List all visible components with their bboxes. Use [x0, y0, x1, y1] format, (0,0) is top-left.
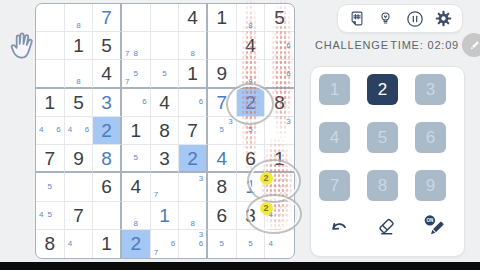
- cell-r9c8[interactable]: 5: [237, 230, 266, 258]
- cell-r7c8[interactable]: 1: [237, 173, 266, 201]
- cell-r5c8[interactable]: 5: [237, 117, 266, 145]
- pencil-mark: 6: [54, 126, 63, 134]
- cell-r1c9[interactable]: 5: [265, 4, 294, 32]
- cell-r7c6[interactable]: 3: [179, 173, 208, 201]
- pencil-marks: 6: [123, 90, 149, 115]
- pencil-mark: 5: [160, 70, 169, 78]
- user-digit: 3: [101, 93, 112, 112]
- pencil-mark: 8: [132, 219, 141, 227]
- cell-r3c8[interactable]: 8: [237, 60, 266, 88]
- given-digit: 1: [45, 93, 56, 112]
- cell-r2c7[interactable]: [208, 32, 237, 60]
- numpad-key-2[interactable]: 2: [367, 74, 398, 105]
- given-digit: 7: [45, 149, 56, 168]
- pencil-mark: 8: [189, 50, 197, 58]
- cell-r8c4[interactable]: 8: [122, 202, 151, 230]
- cell-r6c8[interactable]: 6: [237, 145, 266, 173]
- cell-r4c2[interactable]: 5: [65, 89, 94, 117]
- bottom-black-bar: [0, 262, 480, 270]
- cell-r7c3[interactable]: 6: [93, 173, 122, 201]
- cell-r4c7[interactable]: 7: [208, 89, 237, 117]
- pencil-marks: 78: [123, 33, 149, 58]
- cell-r6c3[interactable]: 8: [93, 145, 122, 173]
- mode-label: CHALLENGE: [315, 39, 389, 51]
- pencil-marks: 8: [66, 61, 92, 85]
- user-digit: 1: [245, 177, 256, 196]
- cell-r5c7[interactable]: 35: [208, 117, 237, 145]
- cell-r4c1[interactable]: 1: [36, 89, 65, 117]
- given-digit: 4: [159, 93, 170, 112]
- pencil-marks: 45: [37, 203, 63, 228]
- pencil-marks: 35: [209, 118, 235, 143]
- user-digit: 2: [245, 93, 256, 112]
- numpad-grid: 123456789: [311, 67, 464, 201]
- pencil-marks: 6: [266, 33, 293, 58]
- hand-tool-icon[interactable]: [5, 30, 36, 66]
- edit-pencil-circle-button[interactable]: [462, 33, 480, 57]
- given-digit: 4: [187, 8, 198, 27]
- cell-r1c6[interactable]: 4: [179, 4, 208, 32]
- undo-arrow-icon: [327, 215, 350, 238]
- cell-r4c9[interactable]: 8: [265, 89, 294, 117]
- cell-r5c1[interactable]: 46: [36, 117, 65, 145]
- pencil-mark: 3: [197, 174, 205, 182]
- cell-r7c2[interactable]: [65, 173, 94, 201]
- cell-r2c6[interactable]: 8: [179, 32, 208, 60]
- cell-r9c6[interactable]: 36: [179, 230, 208, 258]
- given-digit: 9: [217, 64, 228, 83]
- cell-r2c5[interactable]: [151, 32, 180, 60]
- pen-toggle-button[interactable]: ON: [423, 214, 448, 239]
- given-digit: 3: [245, 206, 256, 225]
- pencil-mark: 5: [46, 183, 55, 191]
- user-digit: 7: [217, 93, 228, 112]
- pencil-mark: 8: [189, 219, 197, 227]
- pencil-mark: 6: [284, 70, 293, 78]
- cell-r2c4[interactable]: 78: [122, 32, 151, 60]
- given-digit: 8: [217, 177, 228, 196]
- pencil-marks: 8: [180, 203, 205, 228]
- numpad-key-5[interactable]: 5: [367, 122, 398, 153]
- pencil-mark: 4: [266, 240, 275, 249]
- cell-r3c6[interactable]: 1: [179, 60, 208, 88]
- sudoku-board: 8741851578846845751986153646728464621873…: [35, 3, 295, 259]
- pencil-mark: 6: [140, 98, 149, 106]
- user-digit: 1: [159, 206, 170, 225]
- cell-r3c1[interactable]: [36, 60, 65, 88]
- pencil-marks: 8: [123, 203, 149, 228]
- toolbar-card: [337, 4, 463, 33]
- pencil-marks: 7: [152, 174, 178, 199]
- pencil-mark: 7: [152, 191, 161, 199]
- cell-r7c4[interactable]: 4: [122, 173, 151, 201]
- user-digit: 4: [217, 149, 228, 168]
- pencil-mark: 5: [246, 240, 255, 249]
- pencil-marks: 6: [180, 90, 205, 115]
- pencil-marks: 6: [266, 61, 293, 85]
- cell-r9c4[interactable]: 2: [122, 230, 151, 258]
- cell-r1c1[interactable]: [36, 4, 65, 32]
- given-digit: 9: [73, 149, 84, 168]
- cell-r6c6[interactable]: 2: [179, 145, 208, 173]
- pencil-marks: 3: [266, 118, 293, 143]
- cell-r6c5[interactable]: 3: [151, 145, 180, 173]
- pencil-marks: 5: [238, 118, 264, 143]
- cell-r8c3[interactable]: [93, 202, 122, 230]
- settings-button[interactable]: [432, 7, 456, 31]
- cell-r6c7[interactable]: 4: [208, 145, 237, 173]
- given-digit: 7: [73, 206, 84, 225]
- given-digit: 4: [245, 36, 256, 55]
- pencil-marks: 5: [37, 174, 63, 199]
- eraser-button[interactable]: [375, 215, 398, 238]
- pencil-marks: 4: [266, 231, 293, 257]
- cell-r2c3[interactable]: 5: [93, 32, 122, 60]
- cell-r9c1[interactable]: 8: [36, 230, 65, 258]
- cell-r1c3[interactable]: 7: [93, 4, 122, 32]
- pencil-mark: 6: [197, 98, 205, 106]
- pencil-mark: 8: [74, 78, 83, 86]
- given-digit: 1: [187, 64, 198, 83]
- pencil-mark: 5: [218, 126, 227, 134]
- given-digit: 1: [217, 8, 228, 27]
- pause-icon: [405, 9, 425, 29]
- given-digit: 1: [101, 234, 112, 253]
- timer-label: TIME: 02:09: [390, 39, 459, 51]
- given-digit: 5: [73, 93, 84, 112]
- cell-r8c2[interactable]: 7: [65, 202, 94, 230]
- given-digit: 1: [274, 149, 285, 168]
- cell-r5c6[interactable]: 7: [179, 117, 208, 145]
- pencil-mark: 7: [123, 78, 132, 86]
- cell-r5c2[interactable]: 46: [65, 117, 94, 145]
- user-digit: 2: [131, 234, 142, 253]
- given-digit: 8: [45, 234, 56, 253]
- pencil-mark: 8: [246, 22, 255, 30]
- cell-r3c7[interactable]: 9: [208, 60, 237, 88]
- cell-r3c9[interactable]: 6: [265, 60, 294, 88]
- pencil-marks: 4: [66, 231, 92, 257]
- numpad-key-8[interactable]: 8: [367, 170, 398, 201]
- given-digit: 1: [131, 121, 142, 140]
- pencil-mark: 5: [46, 211, 55, 219]
- gear-icon: [434, 9, 453, 28]
- given-digit: 4: [131, 177, 142, 196]
- numpad-key-4[interactable]: 4: [319, 122, 350, 153]
- given-digit: 6: [217, 206, 228, 225]
- cell-r5c3[interactable]: 2: [93, 117, 122, 145]
- numpad-actions: ON: [311, 201, 464, 239]
- given-digit: 6: [245, 149, 256, 168]
- on-badge-label: ON: [426, 218, 434, 223]
- cell-r1c4[interactable]: [122, 4, 151, 32]
- pencil-marks: 4: [266, 203, 293, 228]
- cell-r5c4[interactable]: 1: [122, 117, 151, 145]
- cell-r6c9[interactable]: 1: [265, 145, 294, 173]
- given-digit: 8: [159, 121, 170, 140]
- cell-r3c4[interactable]: 57: [122, 60, 151, 88]
- cell-r8c7[interactable]: 6: [208, 202, 237, 230]
- pencil-marks: 8: [238, 61, 264, 85]
- given-digit: 4: [101, 64, 112, 83]
- user-digit: 8: [101, 149, 112, 168]
- cell-r4c8[interactable]: 2: [237, 89, 266, 117]
- pencil-marks: 57: [123, 61, 149, 85]
- pencil-mark: 3: [226, 118, 235, 126]
- pause-button[interactable]: [403, 7, 427, 31]
- numpad-key-1[interactable]: 1: [319, 74, 350, 105]
- user-digit: 2: [101, 121, 112, 140]
- given-digit: 5: [274, 8, 285, 27]
- given-digit: 5: [101, 36, 112, 55]
- pencil-marks: 8: [66, 5, 92, 30]
- pencil-mark: 4: [266, 211, 275, 219]
- pencil-marks: 8: [238, 5, 264, 30]
- pencil-marks: 3: [180, 174, 205, 199]
- cell-r1c5[interactable]: [151, 4, 180, 32]
- pencil-mark: 4: [66, 126, 75, 134]
- pencil-marks: 8: [180, 33, 205, 58]
- pencil-marks: 46: [37, 118, 63, 143]
- cell-r9c5[interactable]: 67: [151, 230, 180, 258]
- cell-r4c5[interactable]: 4: [151, 89, 180, 117]
- pencil-icon: [468, 39, 480, 52]
- cell-r9c7[interactable]: 5: [208, 230, 237, 258]
- cell-r8c9[interactable]: 4: [265, 202, 294, 230]
- pencil-mark: 6: [197, 240, 205, 249]
- pencil-mark: 5: [132, 70, 141, 78]
- pencil-mark: 5: [246, 126, 255, 134]
- new-game-button[interactable]: [345, 7, 369, 31]
- numpad-key-9[interactable]: 9: [415, 170, 446, 201]
- cell-r1c8[interactable]: 8: [237, 4, 266, 32]
- board-page-icon: [352, 12, 362, 25]
- pencil-mark: 8: [132, 50, 141, 58]
- pen-on-icon: ON: [423, 214, 448, 239]
- cell-r4c3[interactable]: 3: [93, 89, 122, 117]
- pencil-marks: 5: [123, 146, 149, 170]
- cell-r8c5[interactable]: 1: [151, 202, 180, 230]
- pencil-marks: 5: [238, 231, 264, 257]
- cell-r7c1[interactable]: 5: [36, 173, 65, 201]
- cell-r6c2[interactable]: 9: [65, 145, 94, 173]
- cell-r9c9[interactable]: 4: [265, 230, 294, 258]
- given-digit: 6: [101, 177, 112, 196]
- pencil-mark: 5: [132, 154, 141, 162]
- cell-r7c7[interactable]: 8: [208, 173, 237, 201]
- cell-r5c9[interactable]: 3: [265, 117, 294, 145]
- cell-r7c5[interactable]: 7: [151, 173, 180, 201]
- cell-r6c4[interactable]: 5: [122, 145, 151, 173]
- pencil-mark: 8: [246, 78, 255, 86]
- cell-r8c1[interactable]: 45: [36, 202, 65, 230]
- pencil-mark: 6: [284, 42, 293, 50]
- cell-r8c8[interactable]: 3: [237, 202, 266, 230]
- cell-r5c5[interactable]: 8: [151, 117, 180, 145]
- cell-r3c3[interactable]: 4: [93, 60, 122, 88]
- lightbulb-icon: [377, 9, 394, 28]
- cell-r2c8[interactable]: 4: [237, 32, 266, 60]
- given-digit: 8: [274, 93, 285, 112]
- pencil-mark: 6: [169, 240, 178, 249]
- pencil-mark: 7: [152, 248, 161, 257]
- numpad-card: 123456789 ON: [310, 66, 465, 257]
- cell-r8c6[interactable]: 8: [179, 202, 208, 230]
- given-digit: 1: [73, 36, 84, 55]
- cell-r1c2[interactable]: 8: [65, 4, 94, 32]
- numpad-key-6[interactable]: 6: [415, 122, 446, 153]
- pencil-marks: 5: [209, 231, 235, 257]
- pencil-mark: 8: [74, 22, 83, 30]
- pencil-mark: 3: [284, 118, 293, 126]
- cell-r9c3[interactable]: 1: [93, 230, 122, 258]
- undo-button[interactable]: [327, 215, 350, 238]
- pencil-mark: 4: [66, 240, 75, 249]
- cell-r1c7[interactable]: 1: [208, 4, 237, 32]
- pencil-marks: 67: [152, 231, 178, 257]
- numpad-key-3[interactable]: 3: [415, 74, 446, 105]
- cell-r2c9[interactable]: 6: [265, 32, 294, 60]
- cell-r2c2[interactable]: 1: [65, 32, 94, 60]
- cell-r4c6[interactable]: 6: [179, 89, 208, 117]
- pencil-marks: 5: [152, 61, 178, 85]
- cell-r7c9[interactable]: [265, 173, 294, 201]
- status-row: CHALLENGE TIME: 02:09: [315, 38, 459, 52]
- cell-r3c2[interactable]: 8: [65, 60, 94, 88]
- pencil-marks: 36: [180, 231, 205, 257]
- pencil-mark: 4: [37, 211, 46, 219]
- given-digit: 7: [187, 121, 198, 140]
- given-digit: 3: [159, 149, 170, 168]
- cell-r9c2[interactable]: 4: [65, 230, 94, 258]
- cell-r6c1[interactable]: 7: [36, 145, 65, 173]
- cell-r4c4[interactable]: 6: [122, 89, 151, 117]
- pencil-mark: 7: [123, 50, 132, 58]
- pencil-marks: 46: [66, 118, 92, 143]
- user-digit: 2: [187, 149, 198, 168]
- pencil-mark: 6: [83, 126, 92, 134]
- pencil-mark: 5: [218, 240, 227, 249]
- cell-r3c5[interactable]: 5: [151, 60, 180, 88]
- user-digit: 7: [101, 8, 112, 27]
- numpad-key-7[interactable]: 7: [319, 170, 350, 201]
- pencil-mark: 4: [37, 126, 46, 134]
- cell-r2c1[interactable]: [36, 32, 65, 60]
- eraser-icon: [375, 215, 398, 238]
- hint-button[interactable]: [374, 7, 398, 31]
